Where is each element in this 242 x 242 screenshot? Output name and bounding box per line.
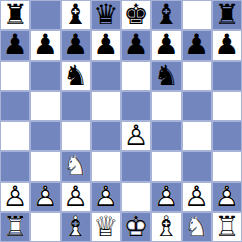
piece-white-pawn[interactable]: ♟♙ [212,182,242,212]
square-a2[interactable]: ♟♙ [0,182,30,212]
piece-glyph: ♝ [151,0,181,30]
piece-black-rook[interactable]: ♜ [212,0,242,30]
piece-black-pawn[interactable]: ♟ [121,30,151,60]
square-d1[interactable]: ♛♕ [91,212,121,242]
square-c8[interactable]: ♝ [61,0,91,30]
piece-outline-layer: ♔ [121,212,151,242]
piece-glyph: ♟ [30,30,60,60]
piece-glyph: ♟ [182,30,212,60]
square-h6[interactable] [212,61,242,91]
square-a8[interactable]: ♜ [0,0,30,30]
piece-white-pawn[interactable]: ♟♙ [91,182,121,212]
square-f1[interactable]: ♝♗ [151,212,181,242]
piece-black-pawn[interactable]: ♟ [0,30,30,60]
square-g2[interactable]: ♟♙ [182,182,212,212]
piece-glyph: ♟ [61,30,91,60]
square-d6[interactable] [91,61,121,91]
piece-glyph: ♛ [91,0,121,30]
piece-outline-layer: ♘ [182,212,212,242]
piece-white-knight[interactable]: ♞♘ [61,151,91,181]
piece-black-knight[interactable]: ♞ [151,61,181,91]
square-e2[interactable] [121,182,151,212]
square-g3[interactable] [182,151,212,181]
square-g1[interactable]: ♞♘ [182,212,212,242]
piece-outline-layer: ♗ [61,212,91,242]
square-a7[interactable]: ♟ [0,30,30,60]
piece-white-pawn[interactable]: ♟♙ [30,182,60,212]
piece-white-rook[interactable]: ♜♖ [212,212,242,242]
piece-white-pawn[interactable]: ♟♙ [121,121,151,151]
piece-black-pawn[interactable]: ♟ [212,30,242,60]
piece-black-rook[interactable]: ♜ [0,0,30,30]
square-a3[interactable] [0,151,30,181]
piece-glyph: ♟ [121,30,151,60]
piece-outline-layer: ♙ [182,182,212,212]
piece-black-knight[interactable]: ♞ [61,61,91,91]
piece-black-pawn[interactable]: ♟ [151,30,181,60]
piece-black-pawn[interactable]: ♟ [61,30,91,60]
square-a4[interactable] [0,121,30,151]
piece-glyph: ♞ [61,61,91,91]
piece-outline-layer: ♙ [61,182,91,212]
square-e6[interactable] [121,61,151,91]
square-b7[interactable]: ♟ [30,30,60,60]
piece-glyph: ♟ [151,30,181,60]
piece-outline-layer: ♗ [151,212,181,242]
piece-outline-layer: ♙ [91,182,121,212]
piece-glyph: ♟ [212,30,242,60]
square-e3[interactable] [121,151,151,181]
square-d4[interactable] [91,121,121,151]
square-d5[interactable] [91,91,121,121]
square-c4[interactable] [61,121,91,151]
square-f6[interactable]: ♞ [151,61,181,91]
piece-black-pawn[interactable]: ♟ [182,30,212,60]
piece-outline-layer: ♖ [212,212,242,242]
square-h7[interactable]: ♟ [212,30,242,60]
piece-black-queen[interactable]: ♛ [91,0,121,30]
square-f4[interactable] [151,121,181,151]
piece-black-bishop[interactable]: ♝ [151,0,181,30]
square-g6[interactable] [182,61,212,91]
square-a5[interactable] [0,91,30,121]
square-d2[interactable]: ♟♙ [91,182,121,212]
piece-white-pawn[interactable]: ♟♙ [0,182,30,212]
piece-white-queen[interactable]: ♛♕ [91,212,121,242]
piece-glyph: ♜ [0,0,30,30]
piece-white-bishop[interactable]: ♝♗ [61,212,91,242]
square-d3[interactable] [91,151,121,181]
square-h4[interactable] [212,121,242,151]
square-e8[interactable]: ♚ [121,0,151,30]
piece-glyph: ♞ [151,61,181,91]
piece-outline-layer: ♙ [151,182,181,212]
square-b5[interactable] [30,91,60,121]
square-d8[interactable]: ♛ [91,0,121,30]
chess-board: ♜♝♛♚♝♜♟♟♟♟♟♟♟♟♞♞♟♙♞♘♟♙♟♙♟♙♟♙♟♙♟♙♟♙♜♖♝♗♛♕… [0,0,242,242]
square-e5[interactable] [121,91,151,121]
square-d7[interactable]: ♟ [91,30,121,60]
square-c5[interactable] [61,91,91,121]
piece-glyph: ♟ [0,30,30,60]
square-e4[interactable]: ♟♙ [121,121,151,151]
piece-white-pawn[interactable]: ♟♙ [61,182,91,212]
square-f5[interactable] [151,91,181,121]
square-f8[interactable]: ♝ [151,0,181,30]
square-b6[interactable] [30,61,60,91]
piece-white-pawn[interactable]: ♟♙ [151,182,181,212]
piece-glyph: ♝ [61,0,91,30]
square-b3[interactable] [30,151,60,181]
square-h8[interactable]: ♜ [212,0,242,30]
square-h2[interactable]: ♟♙ [212,182,242,212]
square-h3[interactable] [212,151,242,181]
square-g5[interactable] [182,91,212,121]
piece-outline-layer: ♙ [121,121,151,151]
piece-white-knight[interactable]: ♞♘ [182,212,212,242]
square-c7[interactable]: ♟ [61,30,91,60]
square-b8[interactable] [30,0,60,30]
square-g4[interactable] [182,121,212,151]
piece-black-pawn[interactable]: ♟ [30,30,60,60]
piece-outline-layer: ♖ [0,212,30,242]
piece-white-bishop[interactable]: ♝♗ [151,212,181,242]
square-h1[interactable]: ♜♖ [212,212,242,242]
piece-white-rook[interactable]: ♜♖ [0,212,30,242]
piece-outline-layer: ♙ [212,182,242,212]
square-e7[interactable]: ♟ [121,30,151,60]
square-b4[interactable] [30,121,60,151]
square-b1[interactable] [30,212,60,242]
square-a1[interactable]: ♜♖ [0,212,30,242]
square-f7[interactable]: ♟ [151,30,181,60]
square-e1[interactable]: ♚♔ [121,212,151,242]
piece-outline-layer: ♕ [91,212,121,242]
square-c1[interactable]: ♝♗ [61,212,91,242]
piece-glyph: ♜ [212,0,242,30]
piece-white-king[interactable]: ♚♔ [121,212,151,242]
square-f2[interactable]: ♟♙ [151,182,181,212]
piece-outline-layer: ♘ [61,151,91,181]
square-c3[interactable]: ♞♘ [61,151,91,181]
piece-black-king[interactable]: ♚ [121,0,151,30]
piece-black-pawn[interactable]: ♟ [91,30,121,60]
square-g7[interactable]: ♟ [182,30,212,60]
piece-black-bishop[interactable]: ♝ [61,0,91,30]
square-h5[interactable] [212,91,242,121]
square-c6[interactable]: ♞ [61,61,91,91]
square-c2[interactable]: ♟♙ [61,182,91,212]
piece-outline-layer: ♙ [0,182,30,212]
piece-outline-layer: ♙ [30,182,60,212]
piece-glyph: ♟ [91,30,121,60]
square-b2[interactable]: ♟♙ [30,182,60,212]
piece-white-pawn[interactable]: ♟♙ [182,182,212,212]
square-f3[interactable] [151,151,181,181]
piece-glyph: ♚ [121,0,151,30]
square-a6[interactable] [0,61,30,91]
square-g8[interactable] [182,0,212,30]
